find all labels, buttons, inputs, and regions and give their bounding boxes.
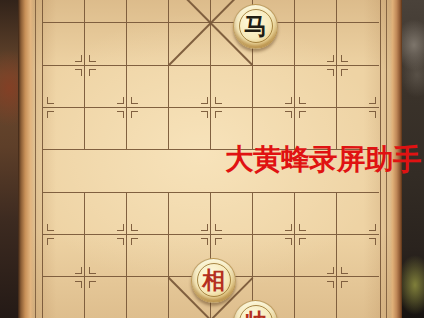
point-marker-bracket bbox=[117, 224, 124, 231]
point-marker-bracket bbox=[131, 238, 138, 245]
point-marker-bracket bbox=[327, 267, 334, 274]
point-marker-bracket bbox=[341, 281, 348, 288]
piece-red-general[interactable]: 帅 bbox=[233, 300, 278, 318]
point-marker-bracket bbox=[341, 69, 348, 76]
point-marker-bracket bbox=[201, 111, 208, 118]
point-marker-bracket bbox=[89, 69, 96, 76]
point-marker-bracket bbox=[215, 111, 222, 118]
point-marker-bracket bbox=[131, 111, 138, 118]
point-marker-bracket bbox=[89, 55, 96, 62]
point-marker-bracket bbox=[327, 281, 334, 288]
point-marker-bracket bbox=[285, 238, 292, 245]
point-marker-bracket bbox=[215, 224, 222, 231]
point-marker-bracket bbox=[299, 238, 306, 245]
point-marker-bracket bbox=[215, 238, 222, 245]
point-marker-bracket bbox=[75, 281, 82, 288]
point-marker-bracket bbox=[299, 224, 306, 231]
point-marker-bracket bbox=[369, 238, 376, 245]
point-marker-bracket bbox=[131, 97, 138, 104]
point-marker-bracket bbox=[201, 238, 208, 245]
point-marker-bracket bbox=[75, 267, 82, 274]
point-marker-bracket bbox=[341, 55, 348, 62]
point-marker-bracket bbox=[117, 111, 124, 118]
point-marker-bracket bbox=[285, 111, 292, 118]
point-marker-bracket bbox=[285, 97, 292, 104]
piece-black-horse[interactable]: 马 bbox=[233, 4, 278, 49]
point-marker-bracket bbox=[131, 224, 138, 231]
point-marker-bracket bbox=[369, 224, 376, 231]
piece-character: 马 bbox=[244, 14, 267, 37]
point-marker-bracket bbox=[47, 97, 54, 104]
point-marker-bracket bbox=[89, 281, 96, 288]
point-marker-bracket bbox=[75, 55, 82, 62]
point-marker-bracket bbox=[327, 69, 334, 76]
point-marker-bracket bbox=[89, 267, 96, 274]
point-marker-bracket bbox=[299, 111, 306, 118]
piece-red-elephant[interactable]: 相 bbox=[191, 258, 236, 303]
piece-character: 帅 bbox=[244, 310, 267, 318]
point-marker-bracket bbox=[47, 238, 54, 245]
watermark-text: 大黄蜂录屏助手 bbox=[225, 146, 421, 175]
point-marker-bracket bbox=[47, 224, 54, 231]
point-marker-bracket bbox=[369, 111, 376, 118]
piece-character: 相 bbox=[202, 268, 225, 291]
point-marker-bracket bbox=[215, 97, 222, 104]
point-marker-bracket bbox=[341, 267, 348, 274]
point-marker-bracket bbox=[47, 111, 54, 118]
point-marker-bracket bbox=[75, 69, 82, 76]
point-marker-bracket bbox=[201, 97, 208, 104]
point-marker-bracket bbox=[285, 224, 292, 231]
point-marker-bracket bbox=[369, 97, 376, 104]
point-marker-bracket bbox=[117, 97, 124, 104]
point-marker-bracket bbox=[299, 97, 306, 104]
point-marker-bracket bbox=[117, 238, 124, 245]
point-marker-bracket bbox=[327, 55, 334, 62]
point-marker-bracket bbox=[201, 224, 208, 231]
screenshot-root: 马相帅 大黄蜂录屏助手 bbox=[0, 0, 424, 318]
